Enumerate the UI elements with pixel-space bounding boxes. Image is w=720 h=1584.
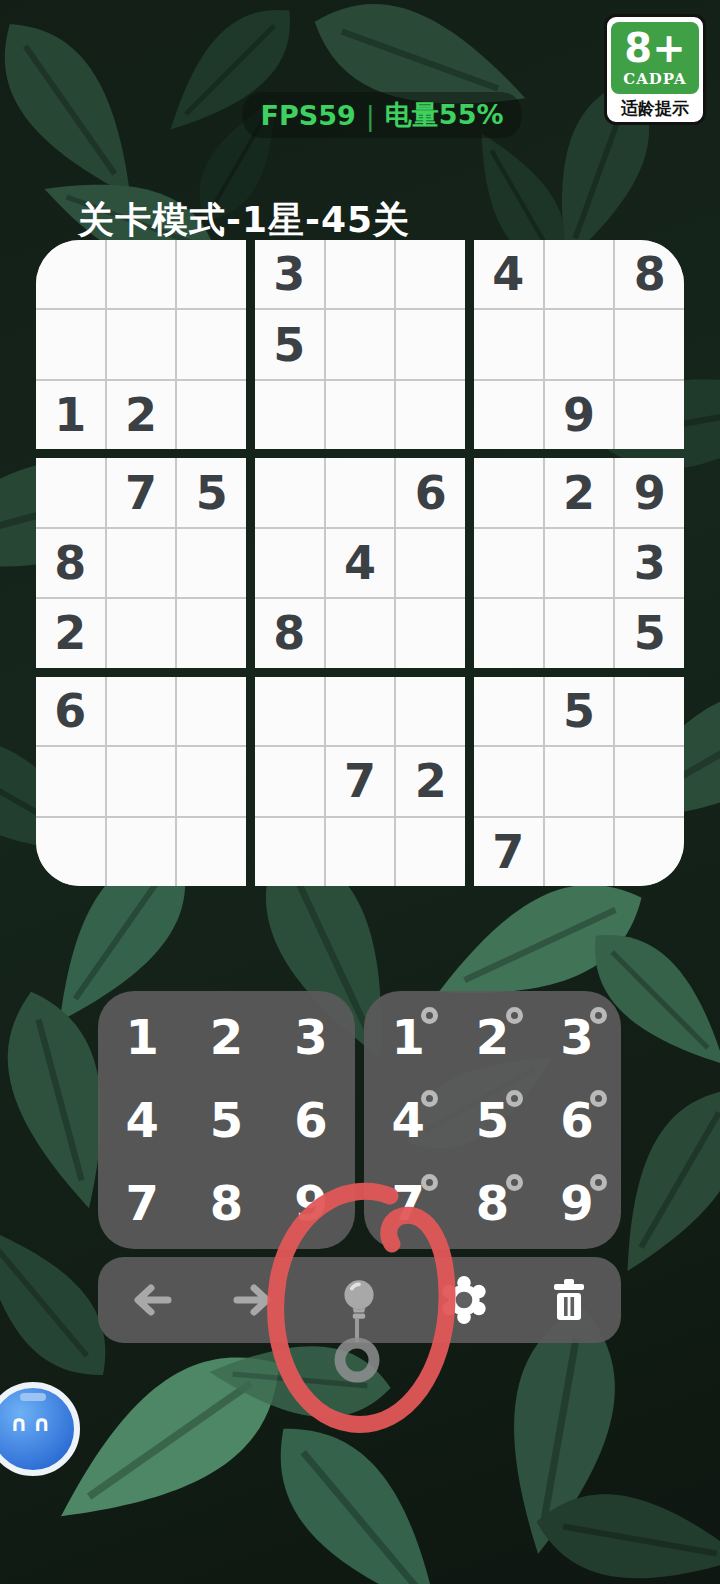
sudoku-cell[interactable]	[255, 818, 324, 886]
sudoku-cell[interactable]: 9	[545, 381, 614, 449]
sudoku-box: 5 7	[474, 677, 684, 886]
sudoku-cell[interactable]	[396, 310, 465, 378]
sudoku-cell[interactable]	[396, 381, 465, 449]
sudoku-cell[interactable]	[326, 677, 395, 745]
sudoku-cell[interactable]: 3	[255, 240, 324, 308]
note-pad: 1 2 3 4 5 6 7 8 9	[364, 991, 621, 1249]
digit-key-8[interactable]: 8	[184, 1162, 268, 1245]
sudoku-cell[interactable]	[615, 747, 684, 815]
age-rating-org: CADPA	[613, 70, 697, 88]
note-key-2[interactable]: 2	[450, 995, 534, 1078]
sudoku-cell[interactable]	[107, 529, 176, 597]
digit-key-2[interactable]: 2	[184, 995, 268, 1078]
digit-key-4[interactable]: 4	[100, 1078, 184, 1161]
sudoku-box: 1 2	[36, 240, 246, 449]
sudoku-cell[interactable]	[177, 747, 246, 815]
sudoku-cell[interactable]: 7	[107, 458, 176, 526]
note-ring-icon	[421, 1174, 438, 1191]
sudoku-box: 6 4 8	[255, 458, 465, 667]
sudoku-cell[interactable]	[326, 310, 395, 378]
sudoku-cell[interactable]	[615, 381, 684, 449]
note-key-9[interactable]: 9	[535, 1162, 619, 1245]
sudoku-cell[interactable]	[107, 599, 176, 667]
sudoku-cell[interactable]	[545, 529, 614, 597]
sudoku-cell[interactable]: 8	[255, 599, 324, 667]
sudoku-board: 1 2 3 5 4 8 9 7 5 8 2 6	[36, 240, 684, 886]
sudoku-cell[interactable]	[177, 310, 246, 378]
sudoku-box: 2 9 3 5	[474, 458, 684, 667]
sudoku-cell[interactable]: 6	[396, 458, 465, 526]
sudoku-box: 4 8 9	[474, 240, 684, 449]
sudoku-cell[interactable]	[396, 677, 465, 745]
status-bar: FPS59 | 电量55%	[242, 92, 521, 138]
sudoku-cell[interactable]	[396, 818, 465, 886]
sudoku-cell[interactable]: 2	[396, 747, 465, 815]
note-key-1[interactable]: 1	[366, 995, 450, 1078]
sudoku-cell[interactable]	[36, 458, 105, 526]
note-key-label: 8	[476, 1175, 509, 1231]
sudoku-cell[interactable]	[177, 599, 246, 667]
sudoku-cell[interactable]	[107, 818, 176, 886]
note-key-7[interactable]: 7	[366, 1162, 450, 1245]
sudoku-cell[interactable]	[396, 529, 465, 597]
sudoku-cell[interactable]: 3	[615, 529, 684, 597]
sudoku-cell[interactable]	[177, 240, 246, 308]
age-rating-caption: 适龄提示	[611, 98, 699, 118]
gear-icon	[439, 1275, 489, 1325]
note-key-3[interactable]: 3	[535, 995, 619, 1078]
mascot-notch	[20, 1393, 46, 1401]
digit-key-1[interactable]: 1	[100, 995, 184, 1078]
sudoku-cell[interactable]	[396, 599, 465, 667]
sudoku-cell[interactable]	[615, 818, 684, 886]
toolbar	[98, 1257, 621, 1343]
sudoku-cell[interactable]: 7	[326, 747, 395, 815]
digit-key-3[interactable]: 3	[269, 995, 353, 1078]
sudoku-cell[interactable]	[326, 818, 395, 886]
erase-button[interactable]	[543, 1274, 595, 1326]
sudoku-cell[interactable]: 7	[474, 818, 543, 886]
digit-key-5[interactable]: 5	[184, 1078, 268, 1161]
sudoku-cell[interactable]	[36, 818, 105, 886]
sudoku-cell[interactable]	[474, 381, 543, 449]
sudoku-cell[interactable]	[545, 818, 614, 886]
digit-key-7[interactable]: 7	[100, 1162, 184, 1245]
sudoku-cell[interactable]: 8	[615, 240, 684, 308]
sudoku-cell[interactable]	[545, 240, 614, 308]
hint-button[interactable]	[333, 1274, 385, 1326]
age-rating-badge: 8+ CADPA 适龄提示	[604, 14, 706, 125]
note-ring-icon	[506, 1090, 523, 1107]
sudoku-cell[interactable]	[255, 529, 324, 597]
sudoku-cell[interactable]	[474, 310, 543, 378]
sudoku-cell[interactable]: 2	[545, 458, 614, 526]
note-key-label: 3	[560, 1009, 593, 1065]
sudoku-cell[interactable]	[396, 240, 465, 308]
sudoku-cell[interactable]	[326, 240, 395, 308]
sudoku-cell[interactable]	[615, 677, 684, 745]
sudoku-cell[interactable]: 8	[36, 529, 105, 597]
note-key-4[interactable]: 4	[366, 1078, 450, 1161]
note-key-label: 9	[560, 1175, 593, 1231]
sudoku-cell[interactable]	[255, 747, 324, 815]
sudoku-cell[interactable]	[107, 747, 176, 815]
sudoku-cell[interactable]	[474, 747, 543, 815]
digit-key-6[interactable]: 6	[269, 1078, 353, 1161]
lightbulb-icon	[334, 1275, 384, 1325]
level-title: 关卡模式-1星-45关	[78, 196, 410, 245]
sudoku-cell[interactable]: 5	[255, 310, 324, 378]
mascot-eyes: ∩∩	[10, 1411, 56, 1436]
sudoku-cell[interactable]	[36, 747, 105, 815]
sudoku-box: 7 2	[255, 677, 465, 886]
digit-key-9[interactable]: 9	[269, 1162, 353, 1245]
sudoku-cell[interactable]: 4	[474, 240, 543, 308]
sudoku-box: 6	[36, 677, 246, 886]
sudoku-cell[interactable]	[545, 310, 614, 378]
trash-icon	[545, 1276, 593, 1324]
sudoku-cell[interactable]	[474, 677, 543, 745]
sudoku-cell[interactable]	[177, 677, 246, 745]
note-ring-icon	[590, 1090, 607, 1107]
sudoku-cell[interactable]: 2	[107, 381, 176, 449]
status-divider: |	[366, 100, 375, 131]
sudoku-cell[interactable]: 9	[615, 458, 684, 526]
note-ring-icon	[590, 1174, 607, 1191]
sudoku-cell[interactable]	[107, 240, 176, 308]
sudoku-cell[interactable]	[326, 381, 395, 449]
redo-button[interactable]	[229, 1274, 281, 1326]
age-rating-number: 8+	[613, 26, 697, 70]
sudoku-cell[interactable]	[255, 458, 324, 526]
sudoku-cell[interactable]: 6	[36, 677, 105, 745]
undo-button[interactable]	[124, 1274, 176, 1326]
note-key-label: 6	[560, 1092, 593, 1148]
note-ring-icon	[590, 1007, 607, 1024]
note-key-6[interactable]: 6	[535, 1078, 619, 1161]
sudoku-cell[interactable]	[326, 599, 395, 667]
note-key-5[interactable]: 5	[450, 1078, 534, 1161]
settings-button[interactable]	[438, 1274, 490, 1326]
sudoku-cell[interactable]	[177, 529, 246, 597]
sudoku-cell[interactable]	[107, 677, 176, 745]
note-key-label: 2	[476, 1009, 509, 1065]
sudoku-cell[interactable]	[177, 818, 246, 886]
sudoku-cell[interactable]	[474, 599, 543, 667]
sudoku-cell[interactable]	[255, 677, 324, 745]
sudoku-cell[interactable]	[545, 747, 614, 815]
battery-indicator: 电量55%	[385, 97, 504, 133]
note-key-label: 4	[391, 1092, 424, 1148]
note-key-label: 5	[476, 1092, 509, 1148]
sudoku-cell[interactable]: 5	[177, 458, 246, 526]
sudoku-cell[interactable]	[545, 599, 614, 667]
undo-arrow-icon	[126, 1276, 174, 1324]
sudoku-cell[interactable]	[474, 529, 543, 597]
fps-indicator: FPS59	[260, 100, 355, 131]
sudoku-cell[interactable]: 2	[36, 599, 105, 667]
sudoku-cell[interactable]	[107, 310, 176, 378]
note-ring-icon	[421, 1090, 438, 1107]
number-pad: 1 2 3 4 5 6 7 8 9	[98, 991, 355, 1249]
sudoku-box: 3 5	[255, 240, 465, 449]
note-ring-icon	[421, 1007, 438, 1024]
sudoku-cell[interactable]	[36, 240, 105, 308]
sudoku-cell[interactable]: 5	[615, 599, 684, 667]
sudoku-cell[interactable]	[177, 381, 246, 449]
sudoku-cell[interactable]	[255, 381, 324, 449]
sudoku-cell[interactable]: 5	[545, 677, 614, 745]
sudoku-box: 7 5 8 2	[36, 458, 246, 667]
age-rating-green-panel: 8+ CADPA	[611, 22, 699, 94]
note-key-label: 7	[391, 1175, 424, 1231]
sudoku-cell[interactable]	[615, 310, 684, 378]
sudoku-cell[interactable]: 1	[36, 381, 105, 449]
note-key-label: 1	[391, 1009, 424, 1065]
note-ring-icon	[506, 1174, 523, 1191]
sudoku-cell[interactable]: 4	[326, 529, 395, 597]
sudoku-cell[interactable]	[36, 310, 105, 378]
sudoku-cell[interactable]	[474, 458, 543, 526]
note-ring-icon	[506, 1007, 523, 1024]
note-key-8[interactable]: 8	[450, 1162, 534, 1245]
redo-arrow-icon	[231, 1276, 279, 1324]
sudoku-cell[interactable]	[326, 458, 395, 526]
